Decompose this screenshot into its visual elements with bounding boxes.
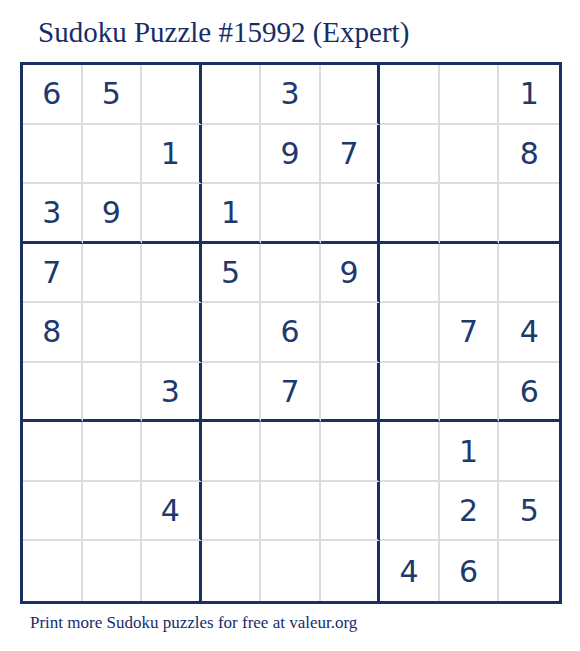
cell-r3c9 bbox=[499, 184, 559, 244]
cell-r4c6: 9 bbox=[321, 244, 381, 304]
cell-r4c5 bbox=[261, 244, 321, 304]
cell-r9c7: 4 bbox=[380, 541, 440, 601]
cell-r8c7 bbox=[380, 482, 440, 542]
cell-r6c2 bbox=[83, 363, 143, 423]
cell-r2c2 bbox=[83, 125, 143, 185]
cell-r7c3 bbox=[142, 422, 202, 482]
cell-r5c2 bbox=[83, 303, 143, 363]
cell-r1c7 bbox=[380, 65, 440, 125]
cell-r3c1: 3 bbox=[23, 184, 83, 244]
cell-r2c3: 1 bbox=[142, 125, 202, 185]
cell-r8c1 bbox=[23, 482, 83, 542]
cell-r8c2 bbox=[83, 482, 143, 542]
cell-r6c6 bbox=[321, 363, 381, 423]
cell-r1c9: 1 bbox=[499, 65, 559, 125]
footer-note: Print more Sudoku puzzles for free at va… bbox=[30, 612, 357, 634]
cell-r7c6 bbox=[321, 422, 381, 482]
cell-r7c5 bbox=[261, 422, 321, 482]
cell-r5c1: 8 bbox=[23, 303, 83, 363]
cell-r3c6 bbox=[321, 184, 381, 244]
cell-r2c7 bbox=[380, 125, 440, 185]
cell-r5c6 bbox=[321, 303, 381, 363]
cell-r8c9: 5 bbox=[499, 482, 559, 542]
cell-r5c3 bbox=[142, 303, 202, 363]
cell-r3c3 bbox=[142, 184, 202, 244]
cell-r5c8: 7 bbox=[440, 303, 500, 363]
cell-r8c3: 4 bbox=[142, 482, 202, 542]
cell-r8c6 bbox=[321, 482, 381, 542]
cell-r1c5: 3 bbox=[261, 65, 321, 125]
cell-r4c3 bbox=[142, 244, 202, 304]
cell-r7c2 bbox=[83, 422, 143, 482]
cell-r1c3 bbox=[142, 65, 202, 125]
cell-r1c2: 5 bbox=[83, 65, 143, 125]
cell-r2c6: 7 bbox=[321, 125, 381, 185]
cell-r9c8: 6 bbox=[440, 541, 500, 601]
cell-r6c5: 7 bbox=[261, 363, 321, 423]
cell-r3c5 bbox=[261, 184, 321, 244]
cell-r2c4 bbox=[202, 125, 262, 185]
cell-r5c7 bbox=[380, 303, 440, 363]
cell-r6c9: 6 bbox=[499, 363, 559, 423]
cell-r3c8 bbox=[440, 184, 500, 244]
cell-r8c5 bbox=[261, 482, 321, 542]
cell-r4c9 bbox=[499, 244, 559, 304]
cell-r9c6 bbox=[321, 541, 381, 601]
cell-r8c8: 2 bbox=[440, 482, 500, 542]
cell-r9c3 bbox=[142, 541, 202, 601]
cell-r7c7 bbox=[380, 422, 440, 482]
cell-r1c1: 6 bbox=[23, 65, 83, 125]
cell-r3c7 bbox=[380, 184, 440, 244]
cell-r2c5: 9 bbox=[261, 125, 321, 185]
cell-r6c7 bbox=[380, 363, 440, 423]
cell-r1c6 bbox=[321, 65, 381, 125]
cell-r1c8 bbox=[440, 65, 500, 125]
cell-r6c3: 3 bbox=[142, 363, 202, 423]
cell-r5c9: 4 bbox=[499, 303, 559, 363]
cell-r6c8 bbox=[440, 363, 500, 423]
cell-r9c4 bbox=[202, 541, 262, 601]
cell-r7c4 bbox=[202, 422, 262, 482]
sudoku-board: 653119783917598674376142546 bbox=[20, 62, 562, 604]
cell-r9c1 bbox=[23, 541, 83, 601]
cell-r9c5 bbox=[261, 541, 321, 601]
cell-r2c8 bbox=[440, 125, 500, 185]
cell-r9c9 bbox=[499, 541, 559, 601]
cell-r6c4 bbox=[202, 363, 262, 423]
cell-r7c8: 1 bbox=[440, 422, 500, 482]
cell-r1c4 bbox=[202, 65, 262, 125]
cell-r5c4 bbox=[202, 303, 262, 363]
cell-r8c4 bbox=[202, 482, 262, 542]
cell-r4c4: 5 bbox=[202, 244, 262, 304]
cell-r2c9: 8 bbox=[499, 125, 559, 185]
cell-r7c1 bbox=[23, 422, 83, 482]
cell-r2c1 bbox=[23, 125, 83, 185]
cell-r9c2 bbox=[83, 541, 143, 601]
cell-r4c8 bbox=[440, 244, 500, 304]
cell-r4c7 bbox=[380, 244, 440, 304]
cell-r3c4: 1 bbox=[202, 184, 262, 244]
cell-r4c1: 7 bbox=[23, 244, 83, 304]
cell-r4c2 bbox=[83, 244, 143, 304]
cell-r5c5: 6 bbox=[261, 303, 321, 363]
cell-r3c2: 9 bbox=[83, 184, 143, 244]
cell-r6c1 bbox=[23, 363, 83, 423]
cell-r7c9 bbox=[499, 422, 559, 482]
page-title: Sudoku Puzzle #15992 (Expert) bbox=[38, 14, 409, 50]
